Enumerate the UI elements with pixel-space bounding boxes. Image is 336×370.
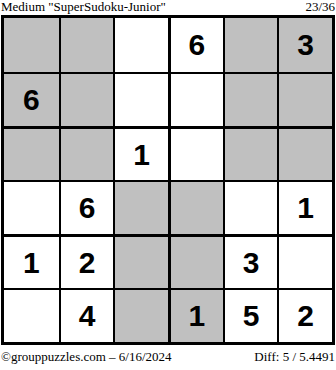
cell-r5c4-empty[interactable] <box>168 234 223 288</box>
cell-r6c5-given: 5 <box>223 288 278 342</box>
cell-r2c2-empty[interactable] <box>59 72 114 126</box>
cell-r5c3-empty[interactable] <box>113 234 168 288</box>
cell-r6c2-given: 4 <box>59 288 114 342</box>
cell-r6c6-given: 2 <box>277 288 332 342</box>
cell-r1c6-given: 3 <box>277 18 332 72</box>
cell-r5c5-given: 3 <box>223 234 278 288</box>
sudoku-board: 6361611234152 <box>1 15 335 345</box>
cell-r4c4-empty[interactable] <box>168 180 223 234</box>
cell-r3c5-empty[interactable] <box>223 126 278 180</box>
cell-r5c6-empty[interactable] <box>277 234 332 288</box>
cell-r3c6-empty[interactable] <box>277 126 332 180</box>
cell-r4c1-empty[interactable] <box>4 180 59 234</box>
cell-r4c6-given: 1 <box>277 180 332 234</box>
cell-r6c3-empty[interactable] <box>113 288 168 342</box>
cell-r3c4-empty[interactable] <box>168 126 223 180</box>
cell-r3c3-given: 1 <box>113 126 168 180</box>
footer: ©grouppuzzles.com – 6/16/2024 Diff: 5 / … <box>0 345 336 370</box>
difficulty-rating: Diff: 5 / 5.4491 <box>254 349 335 365</box>
puzzle-page: Medium "SuperSudoku-Junior" 23/36 636161… <box>0 0 336 370</box>
cell-r2c4-empty[interactable] <box>168 72 223 126</box>
copyright-credit: ©grouppuzzles.com – 6/16/2024 <box>1 349 172 365</box>
cell-r6c1-empty[interactable] <box>4 288 59 342</box>
cells-remaining-counter: 23/36 <box>305 0 335 14</box>
cell-r2c1-given: 6 <box>4 72 59 126</box>
cell-r6c4-given: 1 <box>168 288 223 342</box>
cell-r1c2-empty[interactable] <box>59 18 114 72</box>
cell-r5c1-given: 1 <box>4 234 59 288</box>
cell-r2c5-empty[interactable] <box>223 72 278 126</box>
puzzle-title: Medium "SuperSudoku-Junior" <box>1 0 166 14</box>
header: Medium "SuperSudoku-Junior" 23/36 <box>0 0 336 15</box>
cell-r1c5-empty[interactable] <box>223 18 278 72</box>
cell-r3c2-empty[interactable] <box>59 126 114 180</box>
cell-r2c3-empty[interactable] <box>113 72 168 126</box>
cell-r4c2-given: 6 <box>59 180 114 234</box>
cell-r4c3-empty[interactable] <box>113 180 168 234</box>
cell-r4c5-empty[interactable] <box>223 180 278 234</box>
cell-r1c3-empty[interactable] <box>113 18 168 72</box>
cell-r2c6-empty[interactable] <box>277 72 332 126</box>
cell-r5c2-given: 2 <box>59 234 114 288</box>
cell-r1c1-empty[interactable] <box>4 18 59 72</box>
cell-r3c1-empty[interactable] <box>4 126 59 180</box>
cell-r1c4-given: 6 <box>168 18 223 72</box>
